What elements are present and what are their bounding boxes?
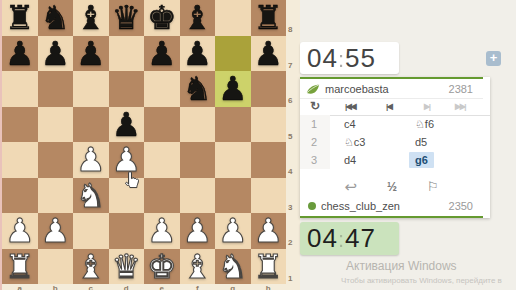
square-b8[interactable]: ♞	[38, 0, 74, 36]
square-b1[interactable]	[38, 249, 74, 285]
piece-white-pawn[interactable]: ♟	[38, 213, 74, 249]
piece-black-pawn[interactable]: ♟	[144, 36, 180, 72]
rank-label-5: 5	[288, 132, 298, 141]
square-b7[interactable]: ♟	[38, 36, 74, 72]
move-row: 2♘c3d5	[300, 133, 490, 151]
player-name[interactable]: chess_club_zen	[321, 200, 400, 212]
piece-black-bishop[interactable]: ♝	[180, 0, 216, 36]
square-g6[interactable]: ♟	[215, 71, 251, 107]
move-white-3[interactable]: d4	[330, 151, 405, 169]
rank-label-4: 4	[288, 167, 298, 176]
offer-draw-button[interactable]: ½	[387, 177, 397, 197]
square-c3[interactable]: ♞	[73, 178, 109, 214]
square-e4[interactable]	[144, 142, 180, 178]
square-e7[interactable]: ♟	[144, 36, 180, 72]
piece-black-knight[interactable]: ♞	[180, 71, 216, 107]
piece-white-knight[interactable]: ♞	[73, 178, 109, 214]
square-b2[interactable]: ♟	[38, 213, 74, 249]
square-h6[interactable]	[251, 71, 287, 107]
piece-white-pawn[interactable]: ♟	[73, 142, 109, 178]
next-move-icon[interactable]: ▶|	[424, 98, 429, 115]
first-move-icon[interactable]: |◀◀	[345, 98, 355, 115]
move-black-2[interactable]: d5	[405, 133, 490, 151]
square-c6[interactable]	[73, 71, 109, 107]
square-f7[interactable]: ♟	[180, 36, 216, 72]
square-a7[interactable]: ♟	[2, 36, 38, 72]
piece-black-knight[interactable]: ♞	[38, 0, 74, 36]
square-e6[interactable]	[144, 71, 180, 107]
move-row: 1c4♘f6	[300, 115, 490, 133]
move-white-2[interactable]: ♘c3	[330, 133, 405, 151]
piece-black-rook[interactable]: ♜	[251, 0, 287, 36]
windows-activation-watermark: Активация Windows	[346, 259, 457, 273]
move-number: 3	[300, 151, 330, 169]
give-more-time-button[interactable]: +	[486, 51, 501, 66]
square-h8[interactable]: ♜	[251, 0, 287, 36]
square-g4[interactable]	[215, 142, 251, 178]
square-g8[interactable]	[215, 0, 251, 36]
square-b3[interactable]	[38, 178, 74, 214]
move-number: 1	[300, 115, 330, 133]
square-c1[interactable]: ♝	[73, 249, 109, 285]
piece-black-bishop[interactable]: ♝	[73, 0, 109, 36]
square-f2[interactable]: ♟	[180, 213, 216, 249]
window-edge	[0, 0, 2, 290]
rank-label-3: 3	[288, 203, 298, 212]
square-d8[interactable]: ♛	[109, 0, 145, 36]
square-a8[interactable]: ♜	[2, 0, 38, 36]
file-label-c: c	[73, 284, 109, 290]
piece-black-king[interactable]: ♚	[144, 0, 180, 36]
square-f1[interactable]: ♝	[180, 249, 216, 285]
previous-move-icon[interactable]: |◀	[386, 98, 391, 115]
square-c4[interactable]: ♟	[73, 142, 109, 178]
square-f8[interactable]: ♝	[180, 0, 216, 36]
move-number: 2	[300, 133, 330, 151]
file-label-g: g	[215, 284, 251, 290]
rank-label-7: 7	[288, 61, 298, 70]
square-g1[interactable]: ♞	[215, 249, 251, 285]
file-label-h: h	[251, 284, 287, 290]
square-d2[interactable]	[109, 213, 145, 249]
square-b4[interactable]	[38, 142, 74, 178]
square-h4[interactable]	[251, 142, 287, 178]
square-g5[interactable]	[215, 107, 251, 143]
move-row: 3d4g6	[300, 151, 490, 169]
piece-black-rook[interactable]: ♜	[2, 0, 38, 36]
square-e2[interactable]: ♟	[144, 213, 180, 249]
opponent-rating: 2381	[449, 83, 473, 95]
square-a3[interactable]	[2, 178, 38, 214]
piece-black-pawn[interactable]: ♟	[2, 36, 38, 72]
piece-black-pawn[interactable]: ♟	[38, 36, 74, 72]
file-label-d: d	[109, 284, 145, 290]
square-h7[interactable]: ♟	[251, 36, 287, 72]
chess-board[interactable]: ♜♞♝♛♚♝♜♟♟♟♟♟♟♞♟♟♟♟♞♟♟♟♟♟♟♜♝♛♚♝♞♜	[2, 0, 286, 284]
player-row[interactable]: chess_club_zen 2350	[300, 196, 483, 216]
square-h2[interactable]: ♟	[251, 213, 287, 249]
square-f6[interactable]: ♞	[180, 71, 216, 107]
square-c8[interactable]: ♝	[73, 0, 109, 36]
square-c2[interactable]	[73, 213, 109, 249]
square-e3[interactable]	[144, 178, 180, 214]
square-b6[interactable]	[38, 71, 74, 107]
square-h1[interactable]: ♜	[251, 249, 287, 285]
resign-flag-icon[interactable]: ⚐	[427, 177, 439, 197]
move-black-3[interactable]: g6	[405, 151, 490, 169]
square-e1[interactable]: ♚	[144, 249, 180, 285]
piece-white-knight[interactable]: ♞	[215, 249, 251, 285]
piece-black-pawn[interactable]: ♟	[109, 107, 145, 143]
file-label-e: e	[144, 284, 180, 290]
move-white-1[interactable]: c4	[330, 115, 405, 133]
square-f4[interactable]	[180, 142, 216, 178]
square-a1[interactable]: ♜	[2, 249, 38, 285]
move-list: 1c4♘f62♘c3d53d4g6	[300, 115, 490, 169]
piece-white-bishop[interactable]: ♝	[73, 249, 109, 285]
piece-white-pawn[interactable]: ♟	[180, 213, 216, 249]
square-g3[interactable]	[215, 178, 251, 214]
board-area: ♜♞♝♛♚♝♜♟♟♟♟♟♟♞♟♟♟♟♞♟♟♟♟♟♟♜♝♛♚♝♞♜ 8765432…	[0, 0, 300, 290]
square-a2[interactable]: ♟	[2, 213, 38, 249]
piece-white-rook[interactable]: ♜	[2, 249, 38, 285]
square-d7[interactable]	[109, 36, 145, 72]
panel-top-border	[300, 77, 483, 79]
rank-label-1: 1	[288, 274, 298, 283]
takeback-icon[interactable]: ↩	[344, 177, 357, 197]
square-d1[interactable]: ♛	[109, 249, 145, 285]
patron-wing-icon	[306, 84, 320, 95]
piece-white-queen[interactable]: ♛	[109, 249, 145, 285]
square-a5[interactable]	[2, 107, 38, 143]
square-f5[interactable]	[180, 107, 216, 143]
file-label-f: f	[180, 284, 216, 290]
piece-white-rook[interactable]: ♜	[251, 249, 287, 285]
rank-label-2: 2	[288, 238, 298, 247]
piece-black-pawn[interactable]: ♟	[215, 71, 251, 107]
player-rating: 2350	[449, 200, 473, 212]
piece-black-pawn[interactable]: ♟	[73, 36, 109, 72]
opponent-clock: 04:55	[300, 42, 399, 74]
square-a4[interactable]	[2, 142, 38, 178]
piece-black-pawn[interactable]: ♟	[251, 36, 287, 72]
square-e8[interactable]: ♚	[144, 0, 180, 36]
online-status-icon	[308, 202, 316, 210]
square-g7[interactable]	[215, 36, 251, 72]
rank-label-8: 8	[288, 25, 298, 34]
square-h5[interactable]	[251, 107, 287, 143]
move-black-1[interactable]: ♘f6	[405, 115, 490, 133]
square-a6[interactable]	[2, 71, 38, 107]
last-move-icon[interactable]: ▶▶|	[455, 98, 465, 115]
rank-label-6: 6	[288, 96, 298, 105]
opponent-name[interactable]: marcoebasta	[325, 83, 389, 95]
square-f3[interactable]	[180, 178, 216, 214]
file-label-a: a	[2, 284, 38, 290]
square-c5[interactable]	[73, 107, 109, 143]
piece-white-bishop[interactable]: ♝	[180, 249, 216, 285]
game-panel: marcoebasta 2381 ↻ |◀◀ |◀ ▶| ▶▶| 1c4♘f62…	[300, 77, 490, 218]
piece-black-queen[interactable]: ♛	[109, 0, 145, 36]
piece-black-pawn[interactable]: ♟	[180, 36, 216, 72]
square-d6[interactable]	[109, 71, 145, 107]
mouse-cursor-hand-icon	[124, 170, 141, 190]
square-g2[interactable]: ♟	[215, 213, 251, 249]
piece-white-king[interactable]: ♚	[144, 249, 180, 285]
piece-white-pawn[interactable]: ♟	[2, 213, 38, 249]
panel-bottom-border	[300, 216, 483, 218]
square-d5[interactable]: ♟	[109, 107, 145, 143]
file-label-b: b	[38, 284, 74, 290]
square-e5[interactable]	[144, 107, 180, 143]
flip-board-icon[interactable]: ↻	[310, 98, 320, 115]
square-b5[interactable]	[38, 107, 74, 143]
piece-white-pawn[interactable]: ♟	[251, 213, 287, 249]
player-clock: 04:47	[300, 222, 399, 255]
square-h3[interactable]	[251, 178, 287, 214]
piece-white-pawn[interactable]: ♟	[144, 213, 180, 249]
piece-white-pawn[interactable]: ♟	[215, 213, 251, 249]
windows-activation-watermark-subtext: Чтобы активировать Windows, перейдите в	[341, 276, 502, 285]
opponent-player-row[interactable]: marcoebasta 2381	[300, 80, 483, 99]
square-c7[interactable]: ♟	[73, 36, 109, 72]
game-action-buttons: ↩ ½ ⚐	[300, 177, 483, 197]
move-navigation-toolbar: ↻ |◀◀ |◀ ▶| ▶▶|	[300, 98, 490, 115]
